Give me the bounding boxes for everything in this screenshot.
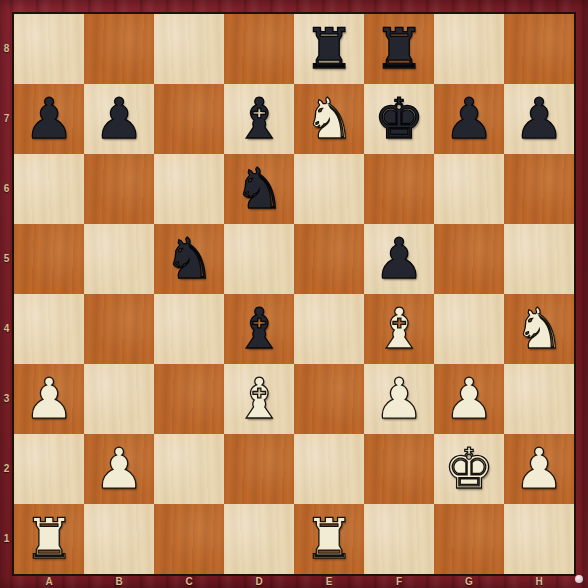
square-c7[interactable] (154, 84, 224, 154)
square-c8[interactable] (154, 14, 224, 84)
square-a4[interactable] (14, 294, 84, 364)
square-g1[interactable] (434, 504, 504, 574)
square-b8[interactable] (84, 14, 154, 84)
white-knight[interactable]: ♞ (514, 294, 564, 364)
square-c4[interactable] (154, 294, 224, 364)
square-d4[interactable]: ♝ (224, 294, 294, 364)
rank-label-8: 8 (0, 14, 13, 84)
black-pawn[interactable]: ♟ (514, 84, 564, 154)
square-g2[interactable]: ♚ (434, 434, 504, 504)
black-king[interactable]: ♚ (374, 84, 424, 154)
square-e5[interactable] (294, 224, 364, 294)
file-label-e: E (294, 575, 364, 588)
square-f5[interactable]: ♟ (364, 224, 434, 294)
square-b2[interactable]: ♟ (84, 434, 154, 504)
square-a3[interactable]: ♟ (14, 364, 84, 434)
square-f8[interactable]: ♜ (364, 14, 434, 84)
square-h6[interactable] (504, 154, 574, 224)
white-rook[interactable]: ♜ (304, 504, 354, 574)
square-f1[interactable] (364, 504, 434, 574)
chess-board: ♜♜♟♟♝♞♚♟♟♞♞♟♝♝♞♟♝♟♟♟♚♟♜♜ (12, 12, 576, 576)
file-label-d: D (224, 575, 294, 588)
file-label-c: C (154, 575, 224, 588)
square-f3[interactable]: ♟ (364, 364, 434, 434)
square-e6[interactable] (294, 154, 364, 224)
square-e8[interactable]: ♜ (294, 14, 364, 84)
white-king[interactable]: ♚ (444, 434, 494, 504)
square-e2[interactable] (294, 434, 364, 504)
square-g5[interactable] (434, 224, 504, 294)
file-label-a: A (14, 575, 84, 588)
white-pawn[interactable]: ♟ (374, 364, 424, 434)
file-label-b: B (84, 575, 154, 588)
white-bishop[interactable]: ♝ (234, 364, 284, 434)
square-g6[interactable] (434, 154, 504, 224)
square-b6[interactable] (84, 154, 154, 224)
square-g7[interactable]: ♟ (434, 84, 504, 154)
black-rook[interactable]: ♜ (374, 14, 424, 84)
rank-label-6: 6 (0, 154, 13, 224)
square-h5[interactable] (504, 224, 574, 294)
file-label-f: F (364, 575, 434, 588)
square-c3[interactable] (154, 364, 224, 434)
square-g8[interactable] (434, 14, 504, 84)
black-rook[interactable]: ♜ (304, 14, 354, 84)
white-pawn[interactable]: ♟ (24, 364, 74, 434)
square-d8[interactable] (224, 14, 294, 84)
square-h7[interactable]: ♟ (504, 84, 574, 154)
corner-marker-dot (575, 575, 583, 583)
black-bishop[interactable]: ♝ (234, 84, 284, 154)
black-knight[interactable]: ♞ (234, 154, 284, 224)
square-h8[interactable] (504, 14, 574, 84)
square-h4[interactable]: ♞ (504, 294, 574, 364)
square-e3[interactable] (294, 364, 364, 434)
square-d3[interactable]: ♝ (224, 364, 294, 434)
rank-label-2: 2 (0, 434, 13, 504)
white-pawn[interactable]: ♟ (444, 364, 494, 434)
square-d1[interactable] (224, 504, 294, 574)
square-h1[interactable] (504, 504, 574, 574)
square-f2[interactable] (364, 434, 434, 504)
black-pawn[interactable]: ♟ (444, 84, 494, 154)
black-pawn[interactable]: ♟ (374, 224, 424, 294)
square-a6[interactable] (14, 154, 84, 224)
square-f6[interactable] (364, 154, 434, 224)
square-h2[interactable]: ♟ (504, 434, 574, 504)
square-b7[interactable]: ♟ (84, 84, 154, 154)
square-a1[interactable]: ♜ (14, 504, 84, 574)
board-frame: ♜♜♟♟♝♞♚♟♟♞♞♟♝♝♞♟♝♟♟♟♚♟♜♜ 87654321 ABCDEF… (0, 0, 588, 588)
white-pawn[interactable]: ♟ (94, 434, 144, 504)
white-pawn[interactable]: ♟ (514, 434, 564, 504)
square-b1[interactable] (84, 504, 154, 574)
square-e7[interactable]: ♞ (294, 84, 364, 154)
black-knight[interactable]: ♞ (164, 224, 214, 294)
square-g4[interactable] (434, 294, 504, 364)
rank-label-3: 3 (0, 364, 13, 434)
square-a5[interactable] (14, 224, 84, 294)
white-bishop[interactable]: ♝ (374, 294, 424, 364)
square-d7[interactable]: ♝ (224, 84, 294, 154)
square-a8[interactable] (14, 14, 84, 84)
black-pawn[interactable]: ♟ (94, 84, 144, 154)
square-g3[interactable]: ♟ (434, 364, 504, 434)
square-a7[interactable]: ♟ (14, 84, 84, 154)
square-d6[interactable]: ♞ (224, 154, 294, 224)
rank-label-4: 4 (0, 294, 13, 364)
square-e1[interactable]: ♜ (294, 504, 364, 574)
square-b5[interactable] (84, 224, 154, 294)
square-b3[interactable] (84, 364, 154, 434)
square-d5[interactable] (224, 224, 294, 294)
rank-label-7: 7 (0, 84, 13, 154)
square-b4[interactable] (84, 294, 154, 364)
square-c6[interactable] (154, 154, 224, 224)
square-f7[interactable]: ♚ (364, 84, 434, 154)
square-c1[interactable] (154, 504, 224, 574)
square-d2[interactable] (224, 434, 294, 504)
square-c2[interactable] (154, 434, 224, 504)
file-label-g: G (434, 575, 504, 588)
rank-label-5: 5 (0, 224, 13, 294)
file-label-h: H (504, 575, 574, 588)
black-pawn[interactable]: ♟ (24, 84, 74, 154)
square-f4[interactable]: ♝ (364, 294, 434, 364)
square-c5[interactable]: ♞ (154, 224, 224, 294)
square-a2[interactable] (14, 434, 84, 504)
square-e4[interactable] (294, 294, 364, 364)
white-rook[interactable]: ♜ (24, 504, 74, 574)
square-h3[interactable] (504, 364, 574, 434)
rank-label-1: 1 (0, 504, 13, 574)
black-bishop[interactable]: ♝ (234, 294, 284, 364)
white-knight[interactable]: ♞ (304, 84, 354, 154)
